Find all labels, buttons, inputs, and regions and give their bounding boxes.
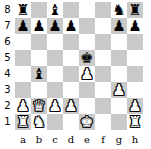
square-c1[interactable] — [47, 114, 63, 130]
square-b6[interactable] — [31, 34, 47, 50]
file-label-a: a — [15, 133, 31, 149]
square-f8[interactable] — [95, 2, 111, 18]
piece-white-pawn[interactable]: ♟ — [112, 82, 125, 98]
chess-board: ♜♝♞♜♟♟♟♟♟♟♚♝♟♟♟♛♟♟♟♜♞♚♜ — [15, 2, 143, 130]
square-e4[interactable]: ♟ — [79, 66, 95, 82]
square-d3[interactable] — [63, 82, 79, 98]
square-b2[interactable]: ♛ — [31, 98, 47, 114]
square-f3[interactable] — [95, 82, 111, 98]
square-e8[interactable] — [79, 2, 95, 18]
square-c6[interactable] — [47, 34, 63, 50]
piece-white-pawn[interactable]: ♟ — [80, 66, 93, 82]
file-label-c: c — [47, 133, 63, 149]
square-b3[interactable] — [31, 82, 47, 98]
file-label-e: e — [79, 133, 95, 149]
piece-white-pawn[interactable]: ♟ — [16, 98, 29, 114]
square-a5[interactable] — [15, 50, 31, 66]
square-h8[interactable]: ♜ — [127, 2, 143, 18]
rank-label-4: 4 — [0, 66, 15, 82]
square-e6[interactable] — [79, 34, 95, 50]
square-a4[interactable] — [15, 66, 31, 82]
piece-white-pawn[interactable]: ♟ — [64, 98, 77, 114]
square-a2[interactable]: ♟ — [15, 98, 31, 114]
square-h6[interactable] — [127, 34, 143, 50]
rank-label-2: 2 — [0, 98, 15, 114]
square-f6[interactable] — [95, 34, 111, 50]
square-a6[interactable] — [15, 34, 31, 50]
square-d6[interactable] — [63, 34, 79, 50]
square-g3[interactable]: ♟ — [111, 82, 127, 98]
square-c5[interactable] — [47, 50, 63, 66]
square-h2[interactable]: ♟ — [127, 98, 143, 114]
piece-black-rook[interactable]: ♜ — [128, 2, 141, 18]
square-d4[interactable] — [63, 66, 79, 82]
square-c8[interactable]: ♝ — [47, 2, 63, 18]
square-c4[interactable] — [47, 66, 63, 82]
square-f1[interactable] — [95, 114, 111, 130]
file-label-d: d — [63, 133, 79, 149]
rank-label-3: 3 — [0, 82, 15, 98]
piece-white-rook[interactable]: ♜ — [16, 114, 29, 130]
square-f4[interactable] — [95, 66, 111, 82]
piece-black-pawn[interactable]: ♟ — [128, 18, 141, 34]
square-e7[interactable] — [79, 18, 95, 34]
file-label-b: b — [31, 133, 47, 149]
piece-black-pawn[interactable]: ♟ — [112, 18, 125, 34]
square-e1[interactable]: ♚ — [79, 114, 95, 130]
file-label-h: h — [127, 133, 143, 149]
piece-black-king[interactable]: ♚ — [80, 50, 93, 66]
square-g7[interactable]: ♟ — [111, 18, 127, 34]
piece-white-king[interactable]: ♚ — [80, 114, 93, 130]
square-g4[interactable] — [111, 66, 127, 82]
rank-labels: 87654321 — [0, 2, 15, 130]
square-c2[interactable]: ♟ — [47, 98, 63, 114]
square-h5[interactable] — [127, 50, 143, 66]
rank-label-6: 6 — [0, 34, 15, 50]
square-e2[interactable] — [79, 98, 95, 114]
square-a1[interactable]: ♜ — [15, 114, 31, 130]
square-d2[interactable]: ♟ — [63, 98, 79, 114]
piece-white-pawn[interactable]: ♟ — [128, 98, 141, 114]
square-e3[interactable] — [79, 82, 95, 98]
square-c3[interactable] — [47, 82, 63, 98]
file-label-f: f — [95, 133, 111, 149]
square-d1[interactable] — [63, 114, 79, 130]
piece-black-knight[interactable]: ♞ — [112, 2, 125, 18]
square-h1[interactable]: ♜ — [127, 114, 143, 130]
piece-black-pawn[interactable]: ♟ — [64, 18, 77, 34]
piece-black-bishop[interactable]: ♝ — [32, 66, 45, 82]
rank-label-1: 1 — [0, 114, 15, 130]
square-f7[interactable] — [95, 18, 111, 34]
square-b5[interactable] — [31, 50, 47, 66]
square-g2[interactable] — [111, 98, 127, 114]
square-e5[interactable]: ♚ — [79, 50, 95, 66]
piece-black-bishop[interactable]: ♝ — [48, 2, 61, 18]
piece-black-pawn[interactable]: ♟ — [48, 18, 61, 34]
square-g5[interactable] — [111, 50, 127, 66]
piece-white-rook[interactable]: ♜ — [128, 114, 141, 130]
rank-label-5: 5 — [0, 50, 15, 66]
square-g6[interactable] — [111, 34, 127, 50]
square-g8[interactable]: ♞ — [111, 2, 127, 18]
chess-diagram: 87654321 ♜♝♞♜♟♟♟♟♟♟♚♝♟♟♟♛♟♟♟♜♞♚♜ abcdefg… — [0, 0, 151, 149]
square-b4[interactable]: ♝ — [31, 66, 47, 82]
piece-white-queen[interactable]: ♛ — [32, 98, 45, 114]
piece-white-pawn[interactable]: ♟ — [48, 98, 61, 114]
piece-black-rook[interactable]: ♜ — [16, 2, 29, 18]
square-d5[interactable] — [63, 50, 79, 66]
square-d8[interactable] — [63, 2, 79, 18]
file-labels: abcdefgh — [15, 133, 143, 149]
square-g1[interactable] — [111, 114, 127, 130]
square-a8[interactable]: ♜ — [15, 2, 31, 18]
rank-label-7: 7 — [0, 18, 15, 34]
piece-black-pawn[interactable]: ♟ — [16, 18, 29, 34]
square-a7[interactable]: ♟ — [15, 18, 31, 34]
square-d7[interactable]: ♟ — [63, 18, 79, 34]
square-h4[interactable] — [127, 66, 143, 82]
piece-white-knight[interactable]: ♞ — [32, 114, 45, 130]
square-b7[interactable]: ♟ — [31, 18, 47, 34]
square-a3[interactable] — [15, 82, 31, 98]
square-f2[interactable] — [95, 98, 111, 114]
file-label-g: g — [111, 133, 127, 149]
square-h3[interactable] — [127, 82, 143, 98]
square-b8[interactable] — [31, 2, 47, 18]
square-c7[interactable]: ♟ — [47, 18, 63, 34]
square-h7[interactable]: ♟ — [127, 18, 143, 34]
square-f5[interactable] — [95, 50, 111, 66]
square-b1[interactable]: ♞ — [31, 114, 47, 130]
piece-black-pawn[interactable]: ♟ — [32, 18, 45, 34]
rank-label-8: 8 — [0, 2, 15, 18]
